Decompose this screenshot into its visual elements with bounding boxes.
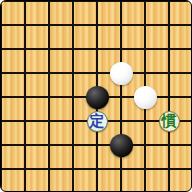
white-stone <box>110 62 133 85</box>
stones-layer: 定慣 <box>1 1 191 191</box>
go-board[interactable]: 定慣 <box>0 0 192 192</box>
black-stone <box>110 134 133 157</box>
white-stone <box>134 86 157 109</box>
move-option-marker[interactable]: 慣 <box>159 111 180 132</box>
go-diagram: 定慣 <box>0 0 192 192</box>
move-option-marker[interactable]: 定 <box>87 111 108 132</box>
black-stone <box>86 86 109 109</box>
